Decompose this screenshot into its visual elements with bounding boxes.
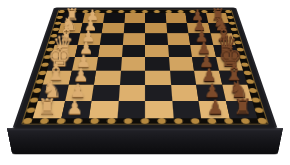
square bbox=[145, 101, 173, 118]
board-grid: ♜♟♟♜♞♟♟♞♝♟♟♝♛♟♟♛♚♟♟♚♝♟♟♝♞♟♟♞♜♟♟♜ bbox=[33, 13, 258, 118]
square: ♟ bbox=[61, 101, 92, 118]
square bbox=[145, 85, 172, 101]
square bbox=[145, 57, 169, 70]
square bbox=[167, 33, 190, 44]
square: ♚ bbox=[216, 57, 243, 70]
black-pawn-piece: ♟ bbox=[201, 67, 217, 84]
square bbox=[102, 23, 125, 34]
square bbox=[145, 33, 168, 44]
square bbox=[100, 33, 123, 44]
white-pawn-piece: ♟ bbox=[86, 8, 99, 22]
square: ♟ bbox=[192, 57, 218, 70]
white-rook-piece: ♜ bbox=[65, 6, 79, 22]
black-pawn-piece: ♟ bbox=[204, 82, 220, 100]
square bbox=[117, 101, 145, 118]
white-knight-piece: ♞ bbox=[41, 77, 61, 100]
square bbox=[91, 85, 119, 101]
square bbox=[172, 101, 201, 118]
square bbox=[145, 70, 171, 85]
white-bishop-piece: ♝ bbox=[45, 61, 65, 84]
black-bishop-piece: ♝ bbox=[224, 61, 244, 84]
square: ♟ bbox=[185, 13, 207, 23]
square: ♟ bbox=[194, 70, 222, 85]
square: ♚ bbox=[47, 57, 74, 70]
square bbox=[166, 23, 189, 34]
square: ♝ bbox=[43, 70, 72, 85]
square: ♟ bbox=[68, 70, 96, 85]
square bbox=[119, 70, 145, 85]
square bbox=[121, 57, 145, 70]
black-knight-piece: ♞ bbox=[228, 77, 248, 100]
square bbox=[94, 70, 121, 85]
chess-set-photo: ♜♟♟♜♞♟♟♞♝♟♟♝♛♟♟♛♚♟♟♚♝♟♟♝♞♟♟♞♜♟♟♜ bbox=[0, 0, 290, 165]
square bbox=[96, 57, 121, 70]
square: ♝ bbox=[210, 33, 235, 44]
square: ♝ bbox=[218, 70, 247, 85]
square: ♟ bbox=[75, 45, 100, 57]
square: ♟ bbox=[77, 33, 101, 44]
white-pawn-piece: ♟ bbox=[70, 82, 86, 100]
square bbox=[89, 101, 118, 118]
square: ♞ bbox=[58, 23, 82, 34]
square bbox=[124, 13, 145, 23]
square: ♟ bbox=[188, 33, 212, 44]
square: ♟ bbox=[72, 57, 98, 70]
black-pawn-piece: ♟ bbox=[191, 8, 204, 22]
square: ♟ bbox=[82, 13, 104, 23]
square: ♜ bbox=[61, 13, 84, 23]
square bbox=[122, 33, 145, 44]
square bbox=[98, 45, 122, 57]
square: ♞ bbox=[38, 85, 68, 101]
square bbox=[118, 85, 145, 101]
square: ♟ bbox=[80, 23, 103, 34]
white-pawn-piece: ♟ bbox=[66, 98, 83, 117]
square bbox=[171, 85, 199, 101]
square: ♟ bbox=[196, 85, 225, 101]
square bbox=[169, 57, 194, 70]
square bbox=[103, 13, 125, 23]
square: ♝ bbox=[55, 33, 80, 44]
square bbox=[145, 45, 169, 57]
square: ♟ bbox=[190, 45, 215, 57]
square bbox=[122, 45, 146, 57]
square: ♛ bbox=[213, 45, 239, 57]
square: ♜ bbox=[33, 101, 65, 118]
square: ♛ bbox=[51, 45, 77, 57]
black-rook-piece: ♜ bbox=[211, 6, 225, 22]
white-pawn-piece: ♟ bbox=[73, 67, 89, 84]
square bbox=[123, 23, 145, 34]
square: ♟ bbox=[199, 101, 230, 118]
black-pawn-piece: ♟ bbox=[206, 98, 223, 117]
square bbox=[145, 13, 166, 23]
square: ♟ bbox=[187, 23, 210, 34]
square: ♟ bbox=[65, 85, 94, 101]
square bbox=[168, 45, 192, 57]
board-frame: ♜♟♟♜♞♟♟♞♝♟♟♝♛♟♟♛♚♟♟♚♝♟♟♝♞♟♟♞♜♟♟♜ bbox=[15, 8, 275, 127]
square: ♜ bbox=[225, 101, 257, 118]
square bbox=[165, 13, 187, 23]
square: ♞ bbox=[208, 23, 232, 34]
board-ornamental-trim: ♜♟♟♜♞♟♟♞♝♟♟♝♛♟♟♛♚♟♟♚♝♟♟♝♞♟♟♞♜♟♟♜ bbox=[23, 10, 268, 123]
square bbox=[169, 70, 196, 85]
square: ♞ bbox=[222, 85, 252, 101]
board-box-front bbox=[7, 128, 284, 155]
square: ♜ bbox=[206, 13, 229, 23]
square bbox=[145, 23, 167, 34]
